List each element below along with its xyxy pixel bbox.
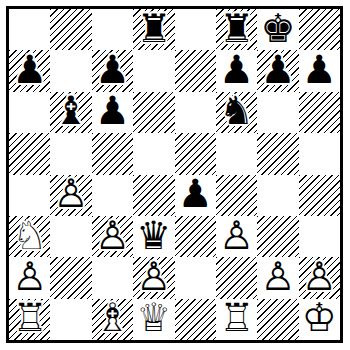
square-g3[interactable] (257, 216, 298, 257)
square-c4[interactable] (92, 175, 133, 216)
square-h8[interactable] (299, 9, 340, 50)
piece-white-pawn: ♟♙ (92, 216, 133, 257)
square-e2[interactable] (175, 257, 216, 298)
square-e1[interactable] (175, 299, 216, 340)
square-c6[interactable]: ♟ (92, 92, 133, 133)
piece-white-pawn: ♟♙ (216, 216, 257, 257)
square-c7[interactable]: ♟ (92, 50, 133, 91)
piece-outline: ♙ (95, 216, 130, 255)
piece-white-rook: ♜♖ (216, 299, 257, 340)
piece-white-rook: ♜♖ (9, 299, 50, 340)
piece-white-pawn: ♟♙ (299, 257, 340, 298)
piece-outline: ♙ (136, 257, 171, 296)
square-g2[interactable]: ♟♙ (257, 257, 298, 298)
piece-outline: ♔ (302, 298, 337, 337)
square-f4[interactable] (216, 175, 257, 216)
square-h7[interactable]: ♟ (299, 50, 340, 91)
square-c2[interactable] (92, 257, 133, 298)
piece-glyph: ♟ (302, 50, 337, 89)
piece-white-knight: ♞♘ (9, 216, 50, 257)
square-f5[interactable] (216, 133, 257, 174)
square-a8[interactable] (9, 9, 50, 50)
square-f1[interactable]: ♜♖ (216, 299, 257, 340)
piece-black-rook: ♜ (133, 9, 174, 50)
square-f3[interactable]: ♟♙ (216, 216, 257, 257)
piece-black-knight: ♞ (216, 92, 257, 133)
square-h6[interactable] (299, 92, 340, 133)
square-g6[interactable] (257, 92, 298, 133)
square-b4[interactable]: ♟♙ (50, 175, 91, 216)
piece-black-queen: ♛ (133, 216, 174, 257)
piece-glyph: ♛ (136, 216, 171, 255)
piece-black-king: ♚ (257, 9, 298, 50)
square-h2[interactable]: ♟♙ (299, 257, 340, 298)
board-frame: ♜♜♚♟♟♟♟♟♝♟♞♟♙♟♞♘♟♙♛♟♙♟♙♟♙♟♙♟♙♜♖♝♗♛♕♜♖♚♔ (6, 6, 343, 343)
piece-black-pawn: ♟ (257, 50, 298, 91)
square-g4[interactable] (257, 175, 298, 216)
square-h4[interactable] (299, 175, 340, 216)
square-g1[interactable] (257, 299, 298, 340)
square-h5[interactable] (299, 133, 340, 174)
piece-black-pawn: ♟ (175, 175, 216, 216)
piece-glyph: ♟ (95, 91, 130, 130)
piece-glyph: ♟ (95, 50, 130, 89)
piece-outline: ♙ (302, 257, 337, 296)
piece-outline: ♙ (12, 257, 47, 296)
square-g5[interactable] (257, 133, 298, 174)
square-h1[interactable]: ♚♔ (299, 299, 340, 340)
square-e3[interactable] (175, 216, 216, 257)
piece-black-pawn: ♟ (216, 50, 257, 91)
piece-black-bishop: ♝ (50, 92, 91, 133)
piece-black-rook: ♜ (216, 9, 257, 50)
square-a1[interactable]: ♜♖ (9, 299, 50, 340)
piece-white-pawn: ♟♙ (9, 257, 50, 298)
square-a5[interactable] (9, 133, 50, 174)
chess-board: ♜♜♚♟♟♟♟♟♝♟♞♟♙♟♞♘♟♙♛♟♙♟♙♟♙♟♙♟♙♜♖♝♗♛♕♜♖♚♔ (9, 9, 340, 340)
piece-black-pawn: ♟ (9, 50, 50, 91)
piece-white-pawn: ♟♙ (50, 175, 91, 216)
square-d1[interactable]: ♛♕ (133, 299, 174, 340)
piece-glyph: ♟ (178, 174, 213, 213)
piece-white-queen: ♛♕ (133, 299, 174, 340)
square-b5[interactable] (50, 133, 91, 174)
piece-glyph: ♟ (219, 50, 254, 89)
square-f6[interactable]: ♞ (216, 92, 257, 133)
square-b3[interactable] (50, 216, 91, 257)
square-c5[interactable] (92, 133, 133, 174)
piece-outline: ♙ (54, 174, 89, 213)
chess-diagram: ♜♜♚♟♟♟♟♟♝♟♞♟♙♟♞♘♟♙♛♟♙♟♙♟♙♟♙♟♙♜♖♝♗♛♕♜♖♚♔ (0, 0, 350, 350)
square-h3[interactable] (299, 216, 340, 257)
square-g8[interactable]: ♚ (257, 9, 298, 50)
piece-outline: ♖ (12, 298, 47, 337)
square-a6[interactable] (9, 92, 50, 133)
square-e6[interactable] (175, 92, 216, 133)
square-e8[interactable] (175, 9, 216, 50)
square-f2[interactable] (216, 257, 257, 298)
square-d3[interactable]: ♛ (133, 216, 174, 257)
piece-glyph: ♟ (260, 50, 295, 89)
piece-glyph: ♞ (219, 91, 254, 130)
piece-black-pawn: ♟ (92, 92, 133, 133)
piece-outline: ♘ (12, 216, 47, 255)
square-a3[interactable]: ♞♘ (9, 216, 50, 257)
piece-black-pawn: ♟ (299, 50, 340, 91)
piece-glyph: ♚ (260, 9, 295, 48)
piece-glyph: ♝ (54, 91, 89, 130)
piece-glyph: ♟ (12, 50, 47, 89)
square-a4[interactable] (9, 175, 50, 216)
square-b6[interactable]: ♝ (50, 92, 91, 133)
piece-outline: ♕ (136, 298, 171, 337)
square-e7[interactable] (175, 50, 216, 91)
square-e5[interactable] (175, 133, 216, 174)
square-g7[interactable]: ♟ (257, 50, 298, 91)
square-d8[interactable]: ♜ (133, 9, 174, 50)
square-b8[interactable] (50, 9, 91, 50)
piece-glyph: ♜ (136, 9, 171, 48)
piece-glyph: ♜ (219, 9, 254, 48)
square-f8[interactable]: ♜ (216, 9, 257, 50)
square-c1[interactable]: ♝♗ (92, 299, 133, 340)
square-a2[interactable]: ♟♙ (9, 257, 50, 298)
square-b1[interactable] (50, 299, 91, 340)
square-c3[interactable]: ♟♙ (92, 216, 133, 257)
piece-outline: ♖ (219, 298, 254, 337)
square-d5[interactable] (133, 133, 174, 174)
square-f7[interactable]: ♟ (216, 50, 257, 91)
piece-outline: ♙ (260, 257, 295, 296)
square-e4[interactable]: ♟ (175, 175, 216, 216)
piece-white-king: ♚♔ (299, 299, 340, 340)
square-c8[interactable] (92, 9, 133, 50)
square-a7[interactable]: ♟ (9, 50, 50, 91)
square-b2[interactable] (50, 257, 91, 298)
piece-white-pawn: ♟♙ (133, 257, 174, 298)
square-d4[interactable] (133, 175, 174, 216)
piece-outline: ♙ (219, 216, 254, 255)
square-d2[interactable]: ♟♙ (133, 257, 174, 298)
piece-black-pawn: ♟ (92, 50, 133, 91)
square-d6[interactable] (133, 92, 174, 133)
piece-outline: ♗ (95, 298, 130, 337)
square-b7[interactable] (50, 50, 91, 91)
piece-white-bishop: ♝♗ (92, 299, 133, 340)
piece-white-pawn: ♟♙ (257, 257, 298, 298)
square-d7[interactable] (133, 50, 174, 91)
